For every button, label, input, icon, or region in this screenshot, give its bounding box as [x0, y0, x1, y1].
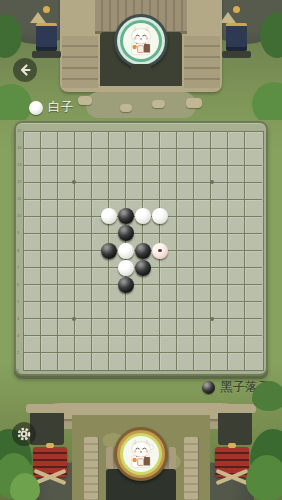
board-cell[interactable] [143, 183, 160, 200]
board-cell[interactable] [194, 336, 211, 353]
row-coordinate-label: 5 [17, 300, 22, 304]
board-cell[interactable] [24, 251, 41, 268]
avatar-ring [117, 430, 165, 478]
board-cell[interactable] [245, 183, 262, 200]
row-coordinate-label: 13 [17, 163, 22, 167]
white-player-label: 白子 [48, 99, 73, 116]
board-cell[interactable] [211, 183, 228, 200]
board-cell[interactable] [24, 234, 41, 251]
board-cell[interactable] [211, 217, 228, 234]
back-arrow-icon [18, 63, 32, 77]
bush [252, 381, 282, 411]
board-cell[interactable] [58, 234, 75, 251]
board-cell[interactable] [194, 183, 211, 200]
row-coordinate-label: 10 [17, 214, 22, 218]
black-player-avatar[interactable] [114, 427, 168, 481]
board-cell[interactable] [194, 166, 211, 183]
path-stone [78, 96, 92, 105]
board-cell[interactable] [177, 268, 194, 285]
board-cell[interactable] [75, 319, 92, 336]
lantern-left [26, 6, 66, 68]
board-cell[interactable] [109, 149, 126, 166]
shrine-post-left [30, 411, 64, 445]
board-cell[interactable] [160, 166, 177, 183]
white-player-avatar[interactable] [114, 14, 168, 68]
board-cell[interactable] [245, 217, 262, 234]
board-cell[interactable] [160, 268, 177, 285]
row-coordinate-label: 11 [17, 197, 22, 201]
board-cell[interactable] [143, 336, 160, 353]
board-cell[interactable] [24, 319, 41, 336]
board-cell[interactable] [177, 183, 194, 200]
board-cell[interactable] [92, 319, 109, 336]
board-cell[interactable] [245, 285, 262, 302]
board-cell[interactable] [211, 132, 228, 149]
board-cell[interactable] [245, 149, 262, 166]
board-cell[interactable] [126, 132, 143, 149]
board-cell[interactable] [160, 319, 177, 336]
board-cell[interactable] [245, 251, 262, 268]
board-cell[interactable] [24, 353, 41, 370]
bottom-scene [0, 395, 282, 500]
row-coordinate-label: 14 [17, 146, 22, 150]
board-cell[interactable] [109, 336, 126, 353]
board-cell[interactable] [41, 132, 58, 149]
board-cell[interactable] [41, 149, 58, 166]
board-cell[interactable] [177, 319, 194, 336]
board-cell[interactable] [24, 217, 41, 234]
board-cell[interactable] [126, 302, 143, 319]
avatar-ring [120, 20, 162, 62]
board-cell[interactable] [143, 353, 160, 370]
gomoku-board[interactable]: 151413121110987654321 [14, 121, 268, 376]
board-cell[interactable] [245, 132, 262, 149]
board-cell[interactable] [143, 302, 160, 319]
board-cell[interactable] [177, 234, 194, 251]
board-cell[interactable] [41, 200, 58, 217]
board-cell[interactable] [211, 302, 228, 319]
board-cell[interactable] [75, 200, 92, 217]
board-cell[interactable] [24, 302, 41, 319]
board-cell[interactable] [41, 251, 58, 268]
board-cell[interactable] [160, 336, 177, 353]
path-stone [152, 100, 165, 108]
board-cell[interactable] [41, 285, 58, 302]
board-cell[interactable] [177, 149, 194, 166]
board-cell[interactable] [228, 285, 245, 302]
board-cell[interactable] [211, 200, 228, 217]
path-stone [120, 104, 132, 112]
avatar-stand [131, 64, 151, 73]
board-cell[interactable] [143, 166, 160, 183]
board-cell[interactable] [211, 285, 228, 302]
avatar-ring [120, 433, 162, 475]
board-cell[interactable] [75, 166, 92, 183]
board-cell[interactable] [92, 166, 109, 183]
board-cell[interactable] [126, 166, 143, 183]
lantern-right [216, 6, 256, 68]
board-cell[interactable] [75, 353, 92, 370]
temple-steps-left [62, 36, 98, 88]
board-cell[interactable] [75, 183, 92, 200]
black-stone [135, 243, 151, 259]
board-cell[interactable] [109, 319, 126, 336]
board-cell[interactable] [245, 234, 262, 251]
board-cell[interactable] [58, 200, 75, 217]
board-cell[interactable] [177, 353, 194, 370]
board-cell[interactable] [75, 268, 92, 285]
board-cell[interactable] [41, 353, 58, 370]
temple-column-right [184, 437, 198, 500]
board-cell[interactable] [211, 166, 228, 183]
board-cell[interactable] [245, 166, 262, 183]
board-cell[interactable] [75, 302, 92, 319]
back-button[interactable] [13, 58, 37, 82]
board-cell[interactable] [75, 149, 92, 166]
board-cell[interactable] [228, 251, 245, 268]
board-cell[interactable] [58, 285, 75, 302]
white-stone [118, 243, 134, 259]
board-cell[interactable] [194, 268, 211, 285]
row-coordinate-label: 12 [17, 180, 22, 184]
board-cell[interactable] [228, 183, 245, 200]
board-cell[interactable] [143, 285, 160, 302]
board-cell[interactable] [194, 302, 211, 319]
board-cell[interactable] [228, 149, 245, 166]
maneki-neko-icon [124, 24, 158, 58]
board-cell[interactable] [228, 166, 245, 183]
board-cell[interactable] [58, 183, 75, 200]
board-cell[interactable] [58, 302, 75, 319]
board-cell[interactable] [24, 166, 41, 183]
board-cell[interactable] [194, 319, 211, 336]
board-cell[interactable] [24, 149, 41, 166]
black-stone-icon [202, 381, 215, 394]
bush [0, 84, 32, 120]
bush [252, 82, 282, 120]
board-cell[interactable] [160, 149, 177, 166]
star-point [210, 317, 214, 321]
board-cell[interactable] [160, 353, 177, 370]
board-cell[interactable] [194, 200, 211, 217]
board-cell[interactable] [177, 132, 194, 149]
board-cell[interactable] [211, 149, 228, 166]
black-stone [118, 277, 134, 293]
board-cell[interactable] [177, 200, 194, 217]
row-coordinate-label: 15 [17, 129, 22, 133]
board-cell[interactable] [41, 319, 58, 336]
temple-column-left [84, 437, 98, 500]
board-cell[interactable] [109, 132, 126, 149]
board-cell[interactable] [177, 251, 194, 268]
board-cell[interactable] [24, 336, 41, 353]
board-cell[interactable] [75, 336, 92, 353]
board-cell[interactable] [211, 268, 228, 285]
board-cell[interactable] [245, 353, 262, 370]
black-stone [135, 260, 151, 276]
board-cell[interactable] [109, 183, 126, 200]
board-cell[interactable] [211, 319, 228, 336]
board-cell[interactable] [58, 217, 75, 234]
board-cell[interactable] [92, 149, 109, 166]
board-cell[interactable] [24, 183, 41, 200]
board-cell[interactable] [41, 217, 58, 234]
board-cell[interactable] [245, 200, 262, 217]
board-cell[interactable] [228, 336, 245, 353]
board-cell[interactable] [58, 251, 75, 268]
board-cell[interactable] [228, 217, 245, 234]
white-stone [118, 260, 134, 276]
board-cell[interactable] [109, 166, 126, 183]
board-cell[interactable] [160, 132, 177, 149]
board-cell[interactable] [92, 132, 109, 149]
star-point [210, 180, 214, 184]
board-cell[interactable] [41, 234, 58, 251]
board-cell[interactable] [160, 183, 177, 200]
board-cell[interactable] [177, 166, 194, 183]
white-player-row: 白子 [29, 99, 73, 116]
board-cell[interactable] [228, 268, 245, 285]
board-cell[interactable] [126, 183, 143, 200]
avatar-ring [117, 17, 165, 65]
board-cell[interactable] [245, 302, 262, 319]
white-stone-last-move [152, 243, 168, 259]
row-coordinate-label: 7 [17, 266, 22, 270]
row-coordinate-label: 6 [17, 283, 22, 287]
board-cell[interactable] [194, 251, 211, 268]
board-cell[interactable] [228, 302, 245, 319]
board-cell[interactable] [228, 234, 245, 251]
board-cell[interactable] [92, 336, 109, 353]
board-cell[interactable] [24, 268, 41, 285]
board-cell[interactable] [245, 319, 262, 336]
board-cell[interactable] [41, 302, 58, 319]
board-cell[interactable] [75, 251, 92, 268]
settings-button[interactable] [12, 422, 36, 446]
board-cell[interactable] [126, 319, 143, 336]
board-cell[interactable] [24, 200, 41, 217]
board-cell[interactable] [92, 353, 109, 370]
board-cell[interactable] [177, 285, 194, 302]
board-cell[interactable] [24, 285, 41, 302]
board-cell[interactable] [92, 268, 109, 285]
board-cell[interactable] [143, 149, 160, 166]
game-screen: 白子 151413121110987654321 黑子落子 00:29 [0, 0, 282, 500]
board-cell[interactable] [58, 132, 75, 149]
board-cell[interactable] [143, 319, 160, 336]
avatar-cat-black-player [123, 436, 159, 472]
board-cell[interactable] [58, 149, 75, 166]
board-cell[interactable] [194, 217, 211, 234]
bush [260, 12, 282, 58]
board-cell[interactable] [75, 132, 92, 149]
board-cell[interactable] [58, 353, 75, 370]
lantern-body [226, 23, 247, 51]
board-cell[interactable] [126, 149, 143, 166]
board-cell[interactable] [177, 217, 194, 234]
lantern-base [222, 51, 251, 58]
maneki-neko-icon [124, 437, 158, 471]
board-cell[interactable] [211, 234, 228, 251]
temple-steps-right [184, 36, 220, 88]
board-cell[interactable] [228, 132, 245, 149]
row-coordinate-label: 9 [17, 231, 22, 235]
board-cell[interactable] [177, 336, 194, 353]
board-cell[interactable] [228, 200, 245, 217]
board-cell[interactable] [109, 353, 126, 370]
path-stone [186, 98, 202, 108]
board-cell[interactable] [126, 353, 143, 370]
board-cell[interactable] [41, 268, 58, 285]
board-cell[interactable] [75, 217, 92, 234]
board-cell[interactable] [194, 132, 211, 149]
row-coordinate-label: 2 [17, 351, 22, 355]
board-cell[interactable] [92, 285, 109, 302]
white-stone [101, 208, 117, 224]
board-cell[interactable] [75, 234, 92, 251]
lantern-body [36, 23, 57, 51]
board-cell[interactable] [58, 319, 75, 336]
board-cell[interactable] [228, 319, 245, 336]
lantern-base [32, 51, 61, 58]
board-cell[interactable] [228, 353, 245, 370]
board-cell[interactable] [126, 336, 143, 353]
board-cell[interactable] [177, 302, 194, 319]
board-cell[interactable] [211, 353, 228, 370]
row-coordinate-label: 8 [17, 249, 22, 253]
board-cell[interactable] [143, 132, 160, 149]
board-cell[interactable] [109, 302, 126, 319]
board-cell[interactable] [245, 336, 262, 353]
lantern-roof [220, 12, 236, 23]
board-cell[interactable] [41, 336, 58, 353]
board-cell[interactable] [75, 285, 92, 302]
board-cell[interactable] [211, 251, 228, 268]
gear-icon [16, 426, 32, 442]
board-cell[interactable] [92, 183, 109, 200]
row-coordinate-label: 3 [17, 334, 22, 338]
board-cell[interactable] [194, 285, 211, 302]
board-cell[interactable] [92, 302, 109, 319]
row-coordinate-label: 1 [17, 369, 22, 373]
board-cell[interactable] [41, 166, 58, 183]
avatar-cat-white [123, 23, 159, 59]
board-cell[interactable] [211, 336, 228, 353]
board-cell[interactable] [24, 132, 41, 149]
board-cell[interactable] [194, 149, 211, 166]
black-stone [118, 208, 134, 224]
board-cell[interactable] [58, 268, 75, 285]
black-stone [101, 243, 117, 259]
lantern-roof [30, 12, 46, 23]
stone-path [86, 92, 196, 118]
white-stone-icon [29, 101, 43, 115]
board-cell[interactable] [41, 183, 58, 200]
board-cell[interactable] [194, 353, 211, 370]
board-cell[interactable] [160, 285, 177, 302]
board-cell[interactable] [160, 302, 177, 319]
row-coordinate-label: 4 [17, 317, 22, 321]
board-cell[interactable] [194, 234, 211, 251]
board-cell[interactable] [245, 268, 262, 285]
board-cell[interactable] [58, 336, 75, 353]
shrine-post-right [218, 411, 252, 445]
